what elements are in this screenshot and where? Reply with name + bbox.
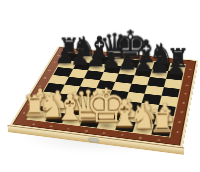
coordinate-label-5: 5	[180, 89, 191, 99]
scene: abcdefgh abcdefgh 87654321 87654321 ♜♞♝♛…	[0, 0, 200, 172]
chess-set-product-photo: abcdefgh abcdefgh 87654321 87654321 ♜♞♝♛…	[0, 0, 200, 172]
cell-h1: ♜	[152, 125, 173, 138]
chess-board: abcdefgh abcdefgh 87654321 87654321 ♜♞♝♛…	[9, 46, 198, 147]
piece-white-rook-h1[interactable]: ♜	[137, 106, 186, 136]
clasp-icon	[89, 138, 98, 142]
